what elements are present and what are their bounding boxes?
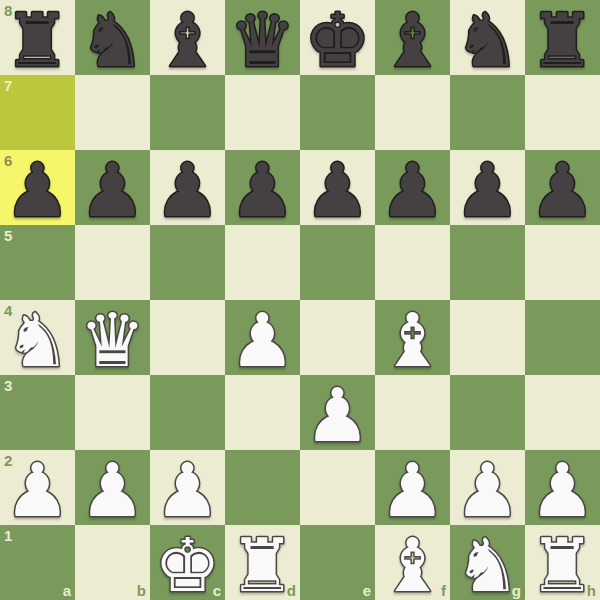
square-f1[interactable]: f♝ — [375, 525, 450, 600]
square-a8[interactable]: 8♜ — [0, 0, 75, 75]
square-b2[interactable]: ♟ — [75, 450, 150, 525]
svg-text:♝: ♝ — [379, 525, 445, 600]
svg-text:♞: ♞ — [4, 300, 70, 375]
piece-white-king-c1[interactable]: ♚ — [150, 525, 225, 600]
piece-black-queen-d8[interactable]: ♛ — [225, 0, 300, 75]
square-f7[interactable] — [375, 75, 450, 150]
square-b1[interactable]: b — [75, 525, 150, 600]
square-c7[interactable] — [150, 75, 225, 150]
rank-label-5: 5 — [4, 228, 12, 243]
square-h7[interactable] — [525, 75, 600, 150]
piece-black-pawn-g6[interactable]: ♟ — [450, 150, 525, 225]
square-d3[interactable] — [225, 375, 300, 450]
square-f2[interactable]: ♟ — [375, 450, 450, 525]
square-c4[interactable] — [150, 300, 225, 375]
svg-text:♟: ♟ — [379, 450, 445, 525]
square-e4[interactable] — [300, 300, 375, 375]
piece-black-bishop-c8[interactable]: ♝ — [150, 0, 225, 75]
svg-text:♚: ♚ — [154, 525, 220, 600]
square-a7[interactable]: 7 — [0, 75, 75, 150]
rank-label-3: 3 — [4, 378, 12, 393]
square-a2[interactable]: 2♟ — [0, 450, 75, 525]
piece-black-pawn-d6[interactable]: ♟ — [225, 150, 300, 225]
square-a1[interactable]: 1a — [0, 525, 75, 600]
piece-white-pawn-c2[interactable]: ♟ — [150, 450, 225, 525]
svg-text:♟: ♟ — [79, 450, 145, 525]
square-g4[interactable] — [450, 300, 525, 375]
rank-label-1: 1 — [4, 528, 12, 543]
square-b8[interactable]: ♞ — [75, 0, 150, 75]
svg-text:♞: ♞ — [454, 525, 520, 600]
svg-text:♟: ♟ — [529, 450, 595, 525]
square-b7[interactable] — [75, 75, 150, 150]
square-g1[interactable]: g♞ — [450, 525, 525, 600]
piece-white-rook-h1[interactable]: ♜ — [525, 525, 600, 600]
svg-text:♞: ♞ — [79, 0, 145, 75]
piece-black-rook-h8[interactable]: ♜ — [525, 0, 600, 75]
square-f3[interactable] — [375, 375, 450, 450]
square-c2[interactable]: ♟ — [150, 450, 225, 525]
square-c3[interactable] — [150, 375, 225, 450]
svg-text:♝: ♝ — [154, 0, 220, 75]
rank-label-7: 7 — [4, 78, 12, 93]
piece-black-pawn-c6[interactable]: ♟ — [150, 150, 225, 225]
piece-black-pawn-b6[interactable]: ♟ — [75, 150, 150, 225]
file-label-b: b — [137, 583, 146, 598]
piece-black-pawn-e6[interactable]: ♟ — [300, 150, 375, 225]
piece-white-pawn-e3[interactable]: ♟ — [300, 375, 375, 450]
square-a6[interactable]: 6♟ — [0, 150, 75, 225]
svg-text:♟: ♟ — [379, 150, 445, 225]
piece-white-pawn-b2[interactable]: ♟ — [75, 450, 150, 525]
piece-white-pawn-a2[interactable]: ♟ — [0, 450, 75, 525]
square-d7[interactable] — [225, 75, 300, 150]
svg-text:♟: ♟ — [529, 150, 595, 225]
file-label-e: e — [363, 583, 371, 598]
square-d6[interactable]: ♟ — [225, 150, 300, 225]
piece-black-pawn-a6[interactable]: ♟ — [0, 150, 75, 225]
square-g6[interactable]: ♟ — [450, 150, 525, 225]
square-e6[interactable]: ♟ — [300, 150, 375, 225]
square-b3[interactable] — [75, 375, 150, 450]
square-g3[interactable] — [450, 375, 525, 450]
piece-white-knight-g1[interactable]: ♞ — [450, 525, 525, 600]
square-f5[interactable] — [375, 225, 450, 300]
piece-white-rook-d1[interactable]: ♜ — [225, 525, 300, 600]
square-d1[interactable]: d♜ — [225, 525, 300, 600]
piece-white-pawn-g2[interactable]: ♟ — [450, 450, 525, 525]
svg-text:♜: ♜ — [529, 525, 595, 600]
square-a4[interactable]: 4♞ — [0, 300, 75, 375]
svg-text:♟: ♟ — [154, 150, 220, 225]
square-d8[interactable]: ♛ — [225, 0, 300, 75]
svg-text:♝: ♝ — [379, 300, 445, 375]
square-f4[interactable]: ♝ — [375, 300, 450, 375]
square-h6[interactable]: ♟ — [525, 150, 600, 225]
square-b4[interactable]: ♛ — [75, 300, 150, 375]
square-a3[interactable]: 3 — [0, 375, 75, 450]
square-e1[interactable]: e — [300, 525, 375, 600]
svg-text:♜: ♜ — [529, 0, 595, 75]
svg-text:♟: ♟ — [229, 300, 295, 375]
square-b5[interactable] — [75, 225, 150, 300]
square-d5[interactable] — [225, 225, 300, 300]
svg-text:♜: ♜ — [4, 0, 70, 75]
piece-black-pawn-f6[interactable]: ♟ — [375, 150, 450, 225]
svg-text:♛: ♛ — [229, 0, 295, 75]
square-d2[interactable] — [225, 450, 300, 525]
square-h5[interactable] — [525, 225, 600, 300]
piece-white-bishop-f1[interactable]: ♝ — [375, 525, 450, 600]
square-h8[interactable]: ♜ — [525, 0, 600, 75]
svg-text:♞: ♞ — [454, 0, 520, 75]
file-label-a: a — [63, 583, 71, 598]
square-e8[interactable]: ♚ — [300, 0, 375, 75]
svg-text:♟: ♟ — [4, 450, 70, 525]
square-f6[interactable]: ♟ — [375, 150, 450, 225]
piece-black-knight-g8[interactable]: ♞ — [450, 0, 525, 75]
svg-text:♟: ♟ — [229, 150, 295, 225]
square-h4[interactable] — [525, 300, 600, 375]
piece-white-pawn-h2[interactable]: ♟ — [525, 450, 600, 525]
svg-text:♛: ♛ — [79, 300, 145, 375]
svg-text:♟: ♟ — [79, 150, 145, 225]
square-f8[interactable]: ♝ — [375, 0, 450, 75]
square-a5[interactable]: 5 — [0, 225, 75, 300]
square-h2[interactable]: ♟ — [525, 450, 600, 525]
svg-text:♝: ♝ — [379, 0, 445, 75]
square-c8[interactable]: ♝ — [150, 0, 225, 75]
piece-white-pawn-f2[interactable]: ♟ — [375, 450, 450, 525]
svg-text:♟: ♟ — [304, 375, 370, 450]
chess-board: 8♜♞♝♛♚♝♞♜76♟♟♟♟♟♟♟♟54♞♛♟♝3♟2♟♟♟♟♟♟1abc♚d… — [0, 0, 600, 600]
svg-text:♚: ♚ — [304, 0, 370, 75]
svg-text:♟: ♟ — [154, 450, 220, 525]
piece-white-knight-a4[interactable]: ♞ — [0, 300, 75, 375]
svg-text:♟: ♟ — [454, 150, 520, 225]
square-g7[interactable] — [450, 75, 525, 150]
square-h3[interactable] — [525, 375, 600, 450]
svg-text:♟: ♟ — [4, 150, 70, 225]
square-e7[interactable] — [300, 75, 375, 150]
piece-white-queen-b4[interactable]: ♛ — [75, 300, 150, 375]
square-b6[interactable]: ♟ — [75, 150, 150, 225]
square-d4[interactable]: ♟ — [225, 300, 300, 375]
square-e2[interactable] — [300, 450, 375, 525]
square-c1[interactable]: c♚ — [150, 525, 225, 600]
svg-text:♟: ♟ — [304, 150, 370, 225]
square-c6[interactable]: ♟ — [150, 150, 225, 225]
square-g2[interactable]: ♟ — [450, 450, 525, 525]
svg-text:♜: ♜ — [229, 525, 295, 600]
square-g5[interactable] — [450, 225, 525, 300]
svg-text:♟: ♟ — [454, 450, 520, 525]
square-g8[interactable]: ♞ — [450, 0, 525, 75]
piece-black-knight-b8[interactable]: ♞ — [75, 0, 150, 75]
square-c5[interactable] — [150, 225, 225, 300]
square-h1[interactable]: h♜ — [525, 525, 600, 600]
piece-black-rook-a8[interactable]: ♜ — [0, 0, 75, 75]
piece-black-pawn-h6[interactable]: ♟ — [525, 150, 600, 225]
square-e3[interactable]: ♟ — [300, 375, 375, 450]
square-e5[interactable] — [300, 225, 375, 300]
piece-black-king-e8[interactable]: ♚ — [300, 0, 375, 75]
chess-board-panel: 8♜♞♝♛♚♝♞♜76♟♟♟♟♟♟♟♟54♞♛♟♝3♟2♟♟♟♟♟♟1abc♚d… — [0, 0, 600, 600]
piece-black-bishop-f8[interactable]: ♝ — [375, 0, 450, 75]
piece-white-pawn-d4[interactable]: ♟ — [225, 300, 300, 375]
piece-white-bishop-f4[interactable]: ♝ — [375, 300, 450, 375]
